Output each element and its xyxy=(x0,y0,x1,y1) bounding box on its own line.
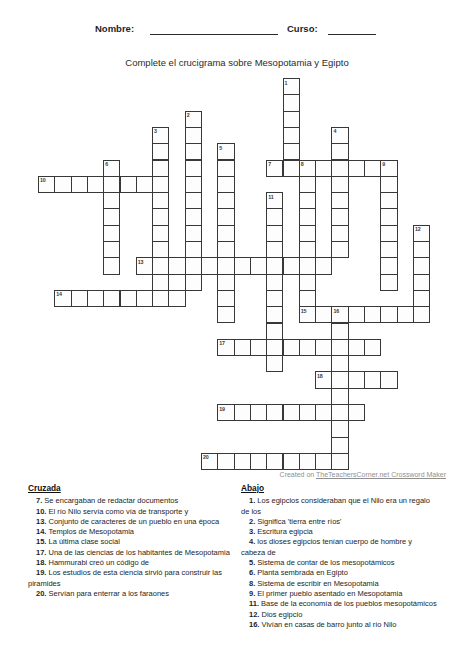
grid-cell[interactable] xyxy=(331,420,348,437)
grid-cell[interactable] xyxy=(364,339,381,356)
grid-cell[interactable]: 1 xyxy=(283,78,300,95)
clue-number-label: 17 xyxy=(219,340,225,346)
clue-item: 11. Base de la economía de los pueblos m… xyxy=(241,599,438,609)
grid-cell[interactable] xyxy=(331,225,348,242)
grid-cell[interactable] xyxy=(152,257,169,274)
grid-cell[interactable]: 2 xyxy=(185,111,202,128)
clue-item: 8. Sistema de escribir en Mesopotamia xyxy=(241,579,438,589)
grid-cell[interactable] xyxy=(250,257,267,274)
grid-cell[interactable] xyxy=(266,355,283,372)
grid-cell[interactable] xyxy=(103,290,120,307)
clue-item: 7. Se encargaban de redactar documentos xyxy=(28,496,236,506)
grid-cell[interactable] xyxy=(168,257,185,274)
clue-number-label: 20 xyxy=(203,454,209,460)
grid-cell[interactable] xyxy=(217,290,234,307)
grid-cell[interactable]: 16 xyxy=(331,306,348,323)
grid-cell[interactable] xyxy=(413,241,430,258)
grid-cell[interactable] xyxy=(250,453,267,470)
clue-item: 3. Escritura egipcia xyxy=(241,527,438,537)
grid-cell[interactable]: 14 xyxy=(54,290,71,307)
grid-cell[interactable] xyxy=(331,192,348,209)
grid-cell[interactable] xyxy=(217,241,234,258)
grid-cell[interactable] xyxy=(299,192,316,209)
grid-cell[interactable] xyxy=(217,274,234,291)
grid-cell[interactable] xyxy=(380,241,397,258)
grid-cell[interactable] xyxy=(266,323,283,340)
clue-number-label: 4 xyxy=(333,128,336,134)
grid-cell[interactable]: 19 xyxy=(217,404,234,421)
grid-cell[interactable] xyxy=(136,290,153,307)
curso-blank-line xyxy=(328,23,376,35)
grid-cell[interactable] xyxy=(364,306,381,323)
grid-cell[interactable] xyxy=(217,176,234,193)
grid-cell[interactable] xyxy=(152,143,169,160)
grid-cell[interactable] xyxy=(299,453,316,470)
clue-number-label: 3 xyxy=(154,128,157,134)
grid-cell[interactable] xyxy=(413,290,430,307)
grid-cell[interactable] xyxy=(331,453,348,470)
grid-cell[interactable] xyxy=(185,241,202,258)
grid-cell[interactable] xyxy=(331,355,348,372)
clue-item: 2. Significa 'tierra entre ríos' xyxy=(241,517,438,527)
credit-prefix: Created on xyxy=(280,471,316,478)
grid-cell[interactable]: 6 xyxy=(103,160,120,177)
clue-item: 14. Templos de Mesopotamia xyxy=(28,527,236,537)
grid-cell[interactable] xyxy=(152,225,169,242)
grid-cell[interactable] xyxy=(87,176,104,193)
grid-cell[interactable]: 18 xyxy=(315,371,332,388)
grid-cell[interactable] xyxy=(380,208,397,225)
grid-cell[interactable] xyxy=(266,339,283,356)
clue-item: 20. Servían para enterrar a los faraones xyxy=(28,589,236,599)
clue-number-label: 7 xyxy=(268,161,271,167)
grid-cell[interactable] xyxy=(380,257,397,274)
grid-cell[interactable] xyxy=(103,225,120,242)
grid-cell[interactable] xyxy=(71,176,88,193)
grid-cell[interactable] xyxy=(380,274,397,291)
grid-cell[interactable] xyxy=(152,176,169,193)
nombre-label: Nombre: xyxy=(95,23,134,34)
grid-cell[interactable] xyxy=(413,306,430,323)
clue-item: 15. La última clase social xyxy=(28,537,236,547)
grid-cell[interactable]: 20 xyxy=(201,453,218,470)
nombre-blank-line xyxy=(150,23,278,35)
grid-cell[interactable] xyxy=(103,257,120,274)
grid-cell[interactable] xyxy=(217,225,234,242)
grid-cell[interactable] xyxy=(152,160,169,177)
grid-cell[interactable] xyxy=(331,241,348,258)
grid-cell[interactable] xyxy=(299,257,316,274)
down-clues: Abajo 1. Los egipcios consideraban que e… xyxy=(241,483,438,630)
grid-cell[interactable] xyxy=(348,371,365,388)
clue-number-label: 18 xyxy=(317,373,323,379)
credit-line: Created on TheTeachersCorner.net Crosswo… xyxy=(280,471,446,478)
grid-cell[interactable] xyxy=(185,192,202,209)
grid-cell[interactable] xyxy=(299,339,316,356)
grid-cell[interactable] xyxy=(331,143,348,160)
clue-item: 1. Los egipcios consideraban que el Nilo… xyxy=(241,496,438,517)
page-title: Complete el crucigrama sobre Mesopotamia… xyxy=(0,57,474,68)
grid-cell[interactable] xyxy=(380,225,397,242)
grid-cell[interactable] xyxy=(283,257,300,274)
grid-cell[interactable] xyxy=(266,225,283,242)
grid-cell[interactable] xyxy=(152,290,169,307)
grid-cell[interactable] xyxy=(217,306,234,323)
grid-cell[interactable] xyxy=(217,257,234,274)
grid-cell[interactable] xyxy=(413,274,430,291)
grid-cell[interactable] xyxy=(217,192,234,209)
grid-cell[interactable] xyxy=(217,208,234,225)
grid-cell[interactable] xyxy=(283,127,300,144)
curso-label: Curso: xyxy=(287,23,318,34)
clue-number-label: 9 xyxy=(382,161,385,167)
grid-cell[interactable] xyxy=(331,437,348,454)
clue-item: 9. El primer pueblo asentado en Mesopota… xyxy=(241,589,438,599)
clue-item: 18. Hammurabi creó un código de xyxy=(28,558,236,568)
grid-cell[interactable] xyxy=(234,404,251,421)
grid-cell[interactable] xyxy=(380,176,397,193)
grid-cell[interactable]: 7 xyxy=(266,160,283,177)
grid-cell[interactable] xyxy=(299,225,316,242)
grid-cell[interactable] xyxy=(299,404,316,421)
grid-cell[interactable] xyxy=(283,453,300,470)
clue-item: 12. Dios egipcio xyxy=(241,610,438,620)
grid-cell[interactable] xyxy=(348,306,365,323)
grid-cell[interactable] xyxy=(348,404,365,421)
grid-cell[interactable] xyxy=(266,257,283,274)
grid-cell[interactable]: 13 xyxy=(136,257,153,274)
grid-cell[interactable] xyxy=(331,404,348,421)
clue-number-label: 14 xyxy=(56,291,62,297)
grid-cell[interactable] xyxy=(283,111,300,128)
grid-cell[interactable] xyxy=(283,94,300,111)
grid-cell[interactable] xyxy=(348,339,365,356)
grid-cell[interactable] xyxy=(217,453,234,470)
grid-cell[interactable] xyxy=(364,160,381,177)
clue-item: 6. Planta sembrada en Egipto xyxy=(241,568,438,578)
grid-cell[interactable] xyxy=(103,241,120,258)
grid-cell[interactable] xyxy=(299,241,316,258)
grid-cell[interactable] xyxy=(185,176,202,193)
across-clues: Cruzada 7. Se encargaban de redactar doc… xyxy=(28,483,236,599)
grid-cell[interactable] xyxy=(185,143,202,160)
grid-cell[interactable] xyxy=(299,208,316,225)
grid-cell[interactable] xyxy=(299,290,316,307)
clue-number-label: 12 xyxy=(415,226,421,232)
grid-cell[interactable] xyxy=(185,208,202,225)
grid-cell[interactable] xyxy=(315,339,332,356)
grid-cell[interactable] xyxy=(331,371,348,388)
clue-item: 16. Vivían en casas de barro junto al rí… xyxy=(241,620,438,630)
grid-cell[interactable]: 4 xyxy=(331,127,348,144)
grid-cell[interactable] xyxy=(103,176,120,193)
grid-cell[interactable] xyxy=(397,306,414,323)
crossword-grid: 7891013141516171819201234561112 xyxy=(38,78,431,471)
grid-cell[interactable] xyxy=(185,160,202,177)
grid-cell[interactable]: 17 xyxy=(217,339,234,356)
grid-cell[interactable] xyxy=(266,404,283,421)
grid-cell[interactable] xyxy=(234,453,251,470)
clue-number-label: 8 xyxy=(301,161,304,167)
grid-cell[interactable] xyxy=(266,208,283,225)
grid-cell[interactable] xyxy=(120,290,137,307)
grid-cell[interactable] xyxy=(315,306,332,323)
grid-cell[interactable] xyxy=(380,306,397,323)
clue-item: 13. Conjunto de caracteres de un pueblo … xyxy=(28,517,236,527)
grid-cell[interactable] xyxy=(299,274,316,291)
grid-cell[interactable] xyxy=(234,339,251,356)
clue-number-label: 5 xyxy=(219,145,222,151)
clue-number-label: 2 xyxy=(187,112,190,118)
grid-cell[interactable] xyxy=(283,339,300,356)
grid-cell[interactable]: 5 xyxy=(217,143,234,160)
grid-cell[interactable] xyxy=(266,453,283,470)
clue-number-label: 1 xyxy=(285,80,288,86)
clue-number-label: 6 xyxy=(105,161,108,167)
grid-cell[interactable] xyxy=(364,371,381,388)
grid-cell[interactable] xyxy=(283,160,300,177)
grid-cell[interactable] xyxy=(185,257,202,274)
grid-cell[interactable] xyxy=(152,241,169,258)
grid-cell[interactable] xyxy=(217,160,234,177)
grid-cell[interactable] xyxy=(250,404,267,421)
clue-number-label: 10 xyxy=(40,177,46,183)
clue-item: 17. Una de las ciencias de los habitante… xyxy=(28,548,236,558)
worksheet-page: Nombre: Curso: Complete el crucigrama so… xyxy=(0,0,474,670)
grid-cell[interactable] xyxy=(331,160,348,177)
clue-item: 4. los dioses egipcios tenían cuerpo de … xyxy=(241,537,438,558)
grid-cell[interactable] xyxy=(331,208,348,225)
across-heading: Cruzada xyxy=(28,483,236,493)
clue-item: 19. Los estudios de esta ciencia sirvió … xyxy=(28,568,236,589)
down-heading: Abajo xyxy=(241,483,438,493)
grid-cell[interactable] xyxy=(283,143,300,160)
grid-cell[interactable] xyxy=(331,323,348,340)
grid-cell[interactable] xyxy=(413,257,430,274)
grid-cell[interactable] xyxy=(168,290,185,307)
grid-cell[interactable]: 8 xyxy=(299,160,316,177)
grid-cell[interactable] xyxy=(266,290,283,307)
grid-cell[interactable] xyxy=(234,257,251,274)
grid-cell[interactable]: 12 xyxy=(413,225,430,242)
grid-cell[interactable] xyxy=(87,290,104,307)
grid-cell[interactable]: 15 xyxy=(299,306,316,323)
grid-cell[interactable] xyxy=(71,290,88,307)
grid-cell[interactable]: 11 xyxy=(266,192,283,209)
clue-number-label: 11 xyxy=(268,194,273,200)
grid-cell[interactable]: 3 xyxy=(152,127,169,144)
grid-cell[interactable] xyxy=(315,453,332,470)
grid-cell[interactable] xyxy=(250,339,267,356)
grid-cell[interactable] xyxy=(185,127,202,144)
grid-cell[interactable] xyxy=(103,192,120,209)
clue-item: 5. Sistema de contar de los mesopotámico… xyxy=(241,558,438,568)
grid-cell[interactable] xyxy=(54,176,71,193)
grid-cell[interactable] xyxy=(299,176,316,193)
grid-cell[interactable] xyxy=(331,176,348,193)
down-clue-list: 1. Los egipcios consideraban que el Nilo… xyxy=(241,496,438,630)
clue-number-label: 15 xyxy=(301,308,307,314)
grid-cell[interactable] xyxy=(152,274,169,291)
grid-cell[interactable]: 10 xyxy=(38,176,55,193)
clue-number-label: 13 xyxy=(138,259,144,265)
grid-cell[interactable]: 9 xyxy=(380,160,397,177)
grid-cell[interactable] xyxy=(266,241,283,258)
grid-cell[interactable] xyxy=(315,257,332,274)
credit-link[interactable]: TheTeachersCorner.net Crossword Maker xyxy=(316,471,446,478)
grid-cell[interactable] xyxy=(103,208,120,225)
clue-number-label: 16 xyxy=(333,308,339,314)
grid-cell[interactable] xyxy=(348,160,365,177)
grid-cell[interactable] xyxy=(185,274,202,291)
clue-item: 10. El río Nilo servía como vía de trans… xyxy=(28,507,236,517)
across-clue-list: 7. Se encargaban de redactar documentos1… xyxy=(28,496,236,599)
grid-cell[interactable] xyxy=(201,257,218,274)
grid-cell[interactable] xyxy=(136,176,153,193)
grid-cell[interactable] xyxy=(331,388,348,405)
grid-cell[interactable] xyxy=(266,274,283,291)
grid-cell[interactable] xyxy=(185,225,202,242)
clue-number-label: 19 xyxy=(219,406,225,412)
grid-cell[interactable] xyxy=(120,176,137,193)
grid-cell[interactable] xyxy=(283,404,300,421)
grid-cell[interactable] xyxy=(315,404,332,421)
grid-cell[interactable] xyxy=(315,160,332,177)
grid-cell[interactable] xyxy=(152,208,169,225)
grid-cell[interactable] xyxy=(380,371,397,388)
grid-cell[interactable] xyxy=(380,192,397,209)
grid-cell[interactable] xyxy=(152,192,169,209)
grid-cell[interactable] xyxy=(331,339,348,356)
grid-cell[interactable] xyxy=(266,306,283,323)
